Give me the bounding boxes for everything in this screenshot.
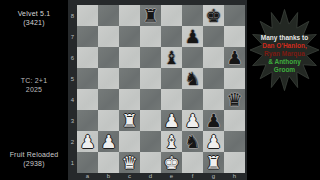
black-rook-d8: ♜ (142, 5, 158, 26)
square-g4 (203, 89, 224, 110)
time-control-value: TC: 2+1 (0, 76, 68, 85)
black-king-g8: ♚ (205, 5, 221, 26)
rank-label-3: 3 (68, 110, 77, 131)
square-h2 (224, 131, 245, 152)
square-d1 (140, 152, 161, 173)
white-player-panel: Fruit Reloaded (2938) (0, 150, 68, 168)
black-knight-f2: ♞ (184, 131, 200, 152)
white-pawn-e3: ♟ (163, 110, 179, 131)
square-e7 (161, 26, 182, 47)
credit-line-1: Many thanks to (249, 34, 320, 42)
black-pawn-f7: ♟ (184, 26, 200, 47)
file-label-c: c (119, 172, 140, 180)
square-g3: ♟ (203, 110, 224, 131)
square-b6 (98, 47, 119, 68)
square-g7 (203, 26, 224, 47)
black-pawn-h6: ♟ (226, 47, 242, 68)
square-a1 (77, 152, 98, 173)
square-e4 (161, 89, 182, 110)
rank-label-8: 8 (68, 5, 77, 26)
square-f4 (182, 89, 203, 110)
rank-label-1: 1 (68, 152, 77, 173)
rank-label-5: 5 (68, 68, 77, 89)
square-e6: ♝ (161, 47, 182, 68)
square-h8 (224, 5, 245, 26)
rank-label-4: 4 (68, 89, 77, 110)
black-player-panel: Velvet 5.1 (3421) (0, 9, 68, 27)
square-h5 (224, 68, 245, 89)
square-f8 (182, 5, 203, 26)
square-b7 (98, 26, 119, 47)
credit-line-5: Groom (249, 66, 320, 74)
square-b5 (98, 68, 119, 89)
rank-labels: 87654321 (68, 5, 77, 173)
square-b1 (98, 152, 119, 173)
rank-label-7: 7 (68, 26, 77, 47)
square-d5 (140, 68, 161, 89)
square-f2: ♞ (182, 131, 203, 152)
file-labels: abcdefgh (77, 172, 245, 180)
square-h7 (224, 26, 245, 47)
square-f6 (182, 47, 203, 68)
black-player-name: Velvet 5.1 (0, 9, 68, 18)
black-queen-h4: ♛ (226, 89, 242, 110)
white-player-rating: (2938) (0, 159, 68, 168)
square-e1: ♚ (161, 152, 182, 173)
square-c8 (119, 5, 140, 26)
credits-starburst: Many thanks toDan O'Hanlon,Ryan Marqua& … (249, 5, 320, 91)
square-c4 (119, 89, 140, 110)
file-label-g: g (203, 172, 224, 180)
square-d7 (140, 26, 161, 47)
square-f5: ♞ (182, 68, 203, 89)
black-knight-f5: ♞ (184, 68, 200, 89)
square-d4 (140, 89, 161, 110)
white-player-name: Fruit Reloaded (0, 150, 68, 159)
square-d3 (140, 110, 161, 131)
square-d2 (140, 131, 161, 152)
square-g6 (203, 47, 224, 68)
square-b3 (98, 110, 119, 131)
black-pawn-g3: ♟ (205, 110, 221, 131)
square-g5 (203, 68, 224, 89)
square-a8 (77, 5, 98, 26)
square-f1 (182, 152, 203, 173)
square-g2: ♟ (203, 131, 224, 152)
white-rook-g1: ♜ (205, 152, 221, 173)
file-label-e: e (161, 172, 182, 180)
square-a4 (77, 89, 98, 110)
rank-label-2: 2 (68, 131, 77, 152)
square-a5 (77, 68, 98, 89)
credits-text: Many thanks toDan O'Hanlon,Ryan Marqua& … (249, 5, 320, 74)
square-f7: ♟ (182, 26, 203, 47)
square-c7 (119, 26, 140, 47)
white-pawn-g2: ♟ (205, 131, 221, 152)
square-f3: ♟ (182, 110, 203, 131)
time-control-panel: TC: 2+1 2025 (0, 76, 68, 94)
file-label-a: a (77, 172, 98, 180)
rank-label-6: 6 (68, 47, 77, 68)
square-h4: ♛ (224, 89, 245, 110)
board-grid: ♜♚♟♝♟♞♛♜♟♟♟♟♟♝♞♟♛♚♜ (77, 5, 245, 173)
square-d6 (140, 47, 161, 68)
square-a3 (77, 110, 98, 131)
square-c6 (119, 47, 140, 68)
square-c3: ♜ (119, 110, 140, 131)
square-b8 (98, 5, 119, 26)
square-e3: ♟ (161, 110, 182, 131)
file-label-f: f (182, 172, 203, 180)
square-g8: ♚ (203, 5, 224, 26)
white-king-e1: ♚ (163, 152, 179, 173)
square-a2: ♟ (77, 131, 98, 152)
credit-line-4: & Anthony (249, 58, 320, 66)
square-d8: ♜ (140, 5, 161, 26)
white-queen-c1: ♛ (121, 152, 137, 173)
white-bishop-e2: ♝ (163, 131, 179, 152)
square-a6 (77, 47, 98, 68)
white-rook-c3: ♜ (121, 110, 137, 131)
file-label-b: b (98, 172, 119, 180)
square-e5 (161, 68, 182, 89)
black-bishop-e6: ♝ (163, 47, 179, 68)
square-c1: ♛ (119, 152, 140, 173)
black-player-rating: (3421) (0, 18, 68, 27)
square-b4 (98, 89, 119, 110)
white-pawn-a2: ♟ (79, 131, 95, 152)
square-h1 (224, 152, 245, 173)
square-a7 (77, 26, 98, 47)
white-pawn-f3: ♟ (184, 110, 200, 131)
square-c2 (119, 131, 140, 152)
white-pawn-b2: ♟ (100, 131, 116, 152)
file-label-h: h (224, 172, 245, 180)
credit-line-3: Ryan Marqua (249, 50, 320, 58)
square-e2: ♝ (161, 131, 182, 152)
chess-board: 87654321 ♜♚♟♝♟♞♛♜♟♟♟♟♟♝♞♟♛♚♜ abcdefgh (68, 0, 247, 180)
match-year: 2025 (0, 85, 68, 94)
credit-line-2: Dan O'Hanlon, (249, 42, 320, 50)
square-b2: ♟ (98, 131, 119, 152)
square-c5 (119, 68, 140, 89)
square-h3 (224, 110, 245, 131)
file-label-d: d (140, 172, 161, 180)
square-h6: ♟ (224, 47, 245, 68)
square-e8 (161, 5, 182, 26)
square-g1: ♜ (203, 152, 224, 173)
